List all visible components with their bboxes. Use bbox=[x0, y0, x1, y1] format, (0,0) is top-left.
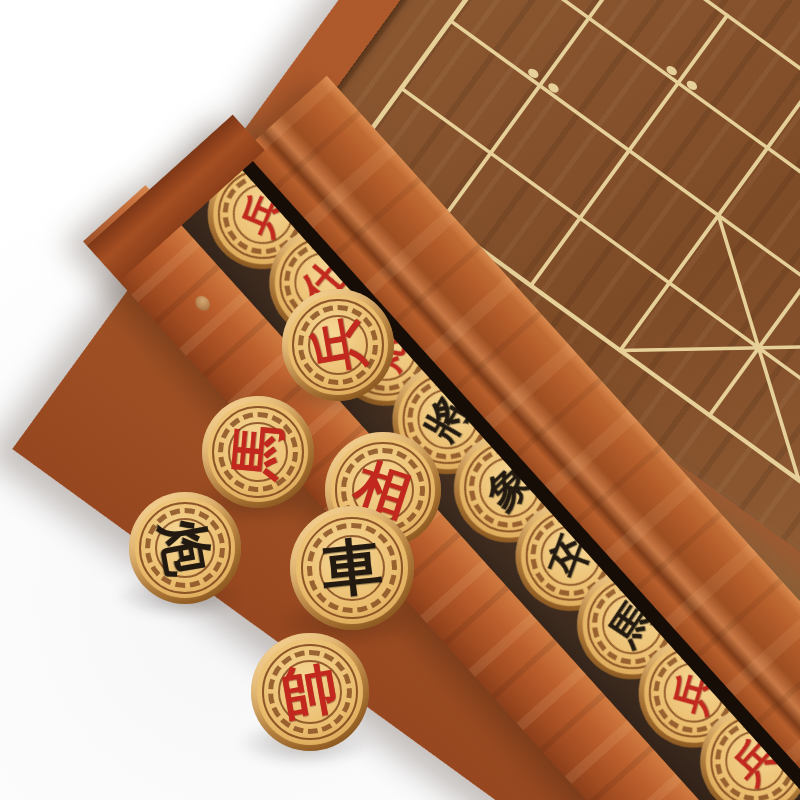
photo-stage: 兵 仕 炮 將 象 卒 馬 兵 兵 bbox=[0, 0, 800, 800]
loose-piece-black-chariot: 車 bbox=[290, 506, 414, 630]
loose-piece-red-soldier: 兵 bbox=[282, 289, 394, 401]
loose-piece-red-general: 帥 bbox=[251, 633, 369, 751]
loose-piece-black-cannon: 炮 bbox=[129, 492, 241, 604]
